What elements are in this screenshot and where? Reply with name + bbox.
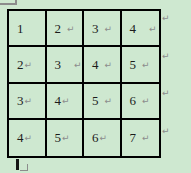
cell-value: 4 (55, 94, 62, 107)
paragraph-mark-icon (20, 164, 28, 171)
cell-value: 3 (17, 94, 24, 107)
cell-value: 4 (92, 58, 99, 71)
grid-cell[interactable]: 4↵ (47, 84, 85, 120)
grid-cell[interactable]: 7↵ (122, 120, 160, 156)
grid-cell[interactable]: 2↵ (47, 11, 85, 47)
cell-value: 5 (92, 94, 99, 107)
cell-value: 2 (55, 22, 62, 35)
grid-cell[interactable]: 6↵ (122, 84, 160, 120)
return-mark-icon: ↵ (105, 97, 113, 106)
cell-value: 1 (17, 22, 24, 35)
return-mark-icon: ↵ (62, 97, 70, 106)
cell-value: 3 (55, 58, 62, 71)
document-canvas: 1↵2↵3↵4↵2↵3↵4↵5↵3↵4↵5↵6↵4↵5↵6↵7↵ ↵↵↵↵ (0, 0, 191, 173)
return-mark-icon: ↵ (142, 134, 150, 143)
return-mark-icon: ↵ (105, 25, 113, 34)
grid-cell[interactable]: 3↵ (9, 84, 47, 120)
return-mark-icon: ↵ (149, 25, 157, 34)
grid-cell[interactable]: 2↵ (9, 47, 47, 83)
return-mark-icon: ↵ (62, 134, 70, 143)
cell-value: 2 (17, 58, 24, 71)
row-end-mark-icon: ↵ (162, 14, 170, 23)
return-mark-icon: ↵ (74, 61, 82, 70)
return-mark-icon: ↵ (67, 25, 75, 34)
grid-cell[interactable]: 4↵ (122, 11, 160, 47)
grid-cell[interactable]: 6↵ (84, 120, 122, 156)
grid-cell[interactable]: 5↵ (122, 47, 160, 83)
row-end-mark-icon: ↵ (162, 89, 170, 98)
grid-cell[interactable]: 5↵ (47, 120, 85, 156)
return-mark-icon: ↵ (142, 61, 150, 70)
number-table: 1↵2↵3↵4↵2↵3↵4↵5↵3↵4↵5↵6↵4↵5↵6↵7↵ (7, 9, 161, 158)
grid-cell[interactable]: 1↵ (9, 11, 47, 47)
cell-value: 6 (92, 131, 99, 144)
return-mark-icon: ↵ (25, 61, 33, 70)
cell-value: 4 (17, 131, 24, 144)
cell-value: 5 (130, 58, 137, 71)
cell-value: 5 (55, 131, 62, 144)
return-mark-icon: ↵ (105, 61, 113, 70)
return-mark-icon: ↵ (100, 134, 108, 143)
row-end-mark-icon: ↵ (162, 127, 170, 136)
grid-cell[interactable]: 4↵ (9, 120, 47, 156)
return-mark-icon: ↵ (142, 97, 150, 106)
grid-cell[interactable]: 4↵ (84, 47, 122, 83)
cell-value: 3 (92, 22, 99, 35)
cell-value: 6 (130, 94, 137, 107)
cell-value: 4 (130, 22, 137, 35)
row-end-mark-icon: ↵ (162, 52, 170, 61)
return-mark-icon: ↵ (25, 134, 33, 143)
return-mark-icon: ↵ (25, 97, 33, 106)
text-caret (16, 159, 19, 170)
table-handle-corner-icon[interactable] (0, 0, 17, 5)
grid-cell[interactable]: 3↵ (84, 11, 122, 47)
grid-cell[interactable]: 3↵ (47, 47, 85, 83)
grid-cell[interactable]: 5↵ (84, 84, 122, 120)
cell-value: 7 (130, 131, 137, 144)
